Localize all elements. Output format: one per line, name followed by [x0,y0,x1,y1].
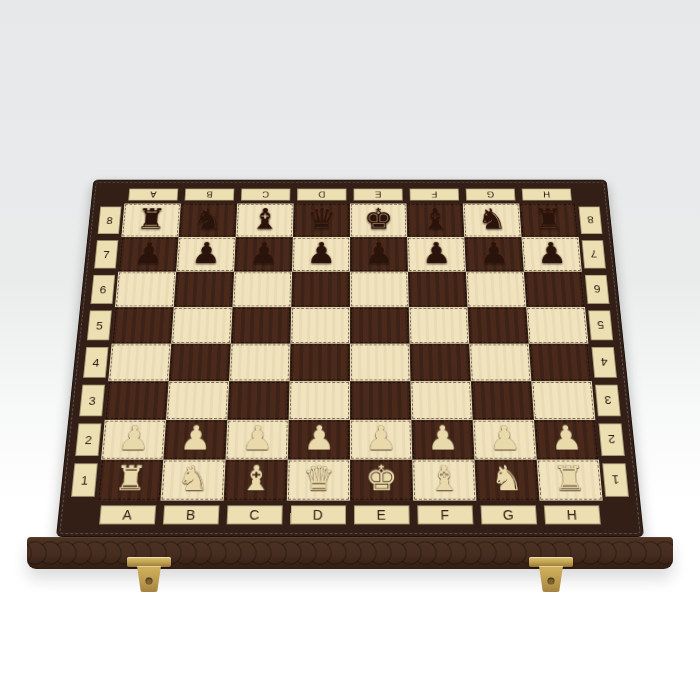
rank-label-left-2: 2 [75,423,101,456]
square-e7[interactable]: ♟ [350,237,408,272]
piece-white-pawn-b2[interactable]: ♟ [179,421,213,454]
square-c4[interactable] [229,344,290,382]
file-label-bottom-g-cell: G [476,501,541,530]
file-label-top-c: C [241,189,291,201]
rank-label-right-5-cell: 5 [585,307,616,343]
piece-white-knight-b1[interactable]: ♞ [176,461,210,495]
clasp-left [127,557,171,595]
piece-black-queen-d8[interactable]: ♛ [307,205,337,233]
file-label-top-f: F [410,189,460,201]
square-e1[interactable]: ♚ [350,460,413,501]
square-e3[interactable] [350,381,411,420]
square-d7[interactable]: ♟ [292,237,350,272]
square-e6[interactable] [350,272,409,307]
piece-black-pawn-e7[interactable]: ♟ [364,238,394,267]
piece-white-king-e1[interactable]: ♚ [365,461,398,495]
square-c2[interactable]: ♟ [226,420,289,460]
piece-black-bishop-c8[interactable]: ♝ [250,205,280,233]
square-h1[interactable]: ♜ [537,460,603,501]
square-h5[interactable] [526,307,588,343]
board-grid: ABCDEFGH8♜♞♝♛♚♝♞♜87♟♟♟♟♟♟♟♟7665544332♟♟♟… [65,186,635,530]
square-h4[interactable] [529,344,592,382]
corner-bottom-left-cell [65,501,98,530]
square-d5[interactable] [290,307,350,343]
piece-white-bishop-c1[interactable]: ♝ [239,461,273,495]
square-b1[interactable]: ♞ [160,460,225,501]
rank-label-left-5-cell: 5 [84,307,115,343]
rank-label-left-8: 8 [98,207,122,234]
piece-white-pawn-a2[interactable]: ♟ [116,421,151,454]
rank-label-right-7: 7 [582,240,606,268]
square-f5[interactable] [409,307,469,343]
square-b4[interactable] [169,344,231,382]
square-c5[interactable] [231,307,291,343]
file-label-bottom-g: G [481,505,538,524]
square-h6[interactable] [524,272,585,307]
square-a2[interactable]: ♟ [101,420,166,460]
piece-black-rook-h8[interactable]: ♜ [533,205,565,233]
square-c3[interactable] [227,381,289,420]
file-label-top-b-cell: B [181,186,238,204]
piece-black-pawn-a7[interactable]: ♟ [133,238,165,267]
piece-black-knight-g8[interactable]: ♞ [476,205,507,233]
square-c1[interactable]: ♝ [224,460,288,501]
square-f8[interactable]: ♝ [406,204,464,238]
rank-label-left-8-cell: 8 [95,204,125,238]
square-a6[interactable] [115,272,176,307]
rank-label-right-1: 1 [602,463,629,497]
square-d1[interactable]: ♛ [287,460,350,501]
rank-label-right-2-cell: 2 [595,420,628,460]
file-label-top-d: D [297,189,346,201]
piece-white-pawn-d2[interactable]: ♟ [303,421,335,454]
clasp-left-hole [146,578,153,585]
clasp-left-tongue [137,566,161,592]
square-g1[interactable]: ♞ [474,460,539,501]
square-b5[interactable] [171,307,232,343]
rank-label-left-6-cell: 6 [87,272,118,307]
rank-label-left-3-cell: 3 [76,381,108,420]
rank-label-right-2: 2 [599,423,625,456]
file-label-top-e-cell: E [350,186,406,204]
rank-label-left-5: 5 [87,310,112,340]
piece-white-pawn-c2[interactable]: ♟ [241,421,274,454]
rank-label-right-4: 4 [591,347,616,378]
clasp-right-hole [548,578,555,585]
file-label-bottom-c-cell: C [222,501,286,530]
square-g3[interactable] [471,381,534,420]
rank-label-left-1: 1 [71,463,98,497]
square-e5[interactable] [350,307,410,343]
square-a8[interactable]: ♜ [121,204,180,238]
piece-white-pawn-f2[interactable]: ♟ [426,421,459,454]
square-g7[interactable]: ♟ [464,237,524,272]
square-a5[interactable] [112,307,174,343]
square-d6[interactable] [291,272,350,307]
square-g8[interactable]: ♞ [463,204,522,238]
square-g5[interactable] [468,307,529,343]
rank-label-right-8: 8 [579,207,603,234]
rank-label-right-7-cell: 7 [579,237,609,272]
square-b7[interactable]: ♟ [176,237,236,272]
corner-top-right-cell [574,186,602,204]
rank-label-right-3: 3 [595,385,621,417]
case-side-panel [27,537,673,569]
corner-bottom-right-cell [603,501,636,530]
file-label-top-a-cell: A [124,186,182,204]
piece-black-pawn-h7[interactable]: ♟ [535,238,567,267]
square-a3[interactable] [105,381,169,420]
file-label-top-c-cell: C [237,186,294,204]
square-g4[interactable] [469,344,531,382]
file-label-bottom-e: E [354,505,410,524]
rank-label-left-7-cell: 7 [91,237,121,272]
corner-top-left-cell [98,186,126,204]
clasp-right-tongue [539,566,563,592]
square-c8[interactable]: ♝ [236,204,294,238]
rank-label-right-3-cell: 3 [592,381,624,420]
file-label-bottom-a: A [99,505,156,524]
piece-black-pawn-g7[interactable]: ♟ [478,238,509,267]
chess-set-photo: ABCDEFGH8♜♞♝♛♚♝♞♜87♟♟♟♟♟♟♟♟7665544332♟♟♟… [0,0,700,700]
piece-black-pawn-b7[interactable]: ♟ [190,238,221,267]
square-d8[interactable]: ♛ [293,204,350,238]
rank-label-right-4-cell: 4 [588,344,620,382]
file-label-top-g: G [466,189,516,201]
file-label-bottom-d-cell: D [286,501,350,530]
square-b3[interactable] [166,381,229,420]
file-label-bottom-b: B [163,505,220,524]
rank-label-left-6: 6 [90,275,115,304]
piece-black-pawn-c7[interactable]: ♟ [248,238,279,267]
file-label-bottom-h-cell: H [540,501,606,530]
square-d4[interactable] [290,344,350,382]
piece-black-pawn-f7[interactable]: ♟ [421,238,452,267]
file-label-top-h-cell: H [518,186,576,204]
rank-label-right-6: 6 [585,275,610,304]
square-a4[interactable] [108,344,171,382]
square-c7[interactable]: ♟ [234,237,293,272]
file-label-top-a: A [128,189,178,201]
piece-white-rook-a1[interactable]: ♜ [113,461,148,495]
square-h2[interactable]: ♟ [534,420,599,460]
square-d3[interactable] [289,381,350,420]
square-e4[interactable] [350,344,410,382]
file-label-top-f-cell: F [406,186,463,204]
file-label-top-b: B [185,189,235,201]
file-label-bottom-b-cell: B [159,501,224,530]
rank-label-left-2-cell: 2 [72,420,105,460]
square-b2[interactable]: ♟ [163,420,227,460]
square-e8[interactable]: ♚ [350,204,407,238]
piece-black-rook-a8[interactable]: ♜ [135,205,167,233]
file-label-top-d-cell: D [294,186,350,204]
square-f3[interactable] [410,381,472,420]
square-h3[interactable] [531,381,595,420]
square-c6[interactable] [232,272,292,307]
square-g6[interactable] [466,272,526,307]
file-label-top-e: E [354,189,403,201]
piece-white-bishop-f1[interactable]: ♝ [427,461,461,495]
rank-label-left-4-cell: 4 [80,344,112,382]
rank-label-left-7: 7 [94,240,118,268]
piece-black-king-e8[interactable]: ♚ [364,205,394,233]
rank-label-right-1-cell: 1 [599,460,632,501]
piece-black-pawn-d7[interactable]: ♟ [306,238,336,267]
square-f4[interactable] [410,344,471,382]
piece-white-knight-g1[interactable]: ♞ [490,461,524,495]
square-f2[interactable]: ♟ [411,420,474,460]
piece-white-rook-h1[interactable]: ♜ [552,461,587,495]
square-h8[interactable]: ♜ [519,204,578,238]
piece-white-queen-d1[interactable]: ♛ [302,461,335,495]
file-label-bottom-e-cell: E [350,501,414,530]
clasp-right [529,557,573,595]
file-label-bottom-f: F [417,505,473,524]
file-label-bottom-a-cell: A [95,501,161,530]
clasp-right-bar [529,557,573,567]
square-f1[interactable]: ♝ [412,460,476,501]
file-label-top-h: H [522,189,572,201]
rank-label-right-5: 5 [588,310,613,340]
file-label-bottom-c: C [227,505,283,524]
square-g2[interactable]: ♟ [473,420,537,460]
piece-white-pawn-e2[interactable]: ♟ [365,421,397,454]
square-d2[interactable]: ♟ [288,420,350,460]
piece-white-pawn-g2[interactable]: ♟ [487,421,521,454]
square-a7[interactable]: ♟ [118,237,178,272]
piece-white-pawn-h2[interactable]: ♟ [549,421,584,454]
rank-label-left-1-cell: 1 [68,460,101,501]
rank-label-left-3: 3 [79,385,105,417]
square-b6[interactable] [174,272,234,307]
piece-black-knight-b8[interactable]: ♞ [193,205,224,233]
chess-board: ABCDEFGH8♜♞♝♛♚♝♞♜87♟♟♟♟♟♟♟♟7665544332♟♟♟… [56,180,644,537]
file-label-bottom-f-cell: F [413,501,477,530]
rank-label-right-8-cell: 8 [576,204,606,238]
rank-label-right-6-cell: 6 [582,272,613,307]
square-a1[interactable]: ♜ [97,460,163,501]
square-h7[interactable]: ♟ [521,237,581,272]
file-label-bottom-h: H [544,505,601,524]
square-f7[interactable]: ♟ [407,237,466,272]
piece-black-bishop-f8[interactable]: ♝ [420,205,450,233]
file-label-bottom-d: D [290,505,346,524]
square-e2[interactable]: ♟ [350,420,412,460]
square-f6[interactable] [408,272,468,307]
rank-label-left-4: 4 [83,347,108,378]
file-label-top-g-cell: G [462,186,519,204]
clasp-left-bar [127,557,171,567]
square-b8[interactable]: ♞ [179,204,238,238]
